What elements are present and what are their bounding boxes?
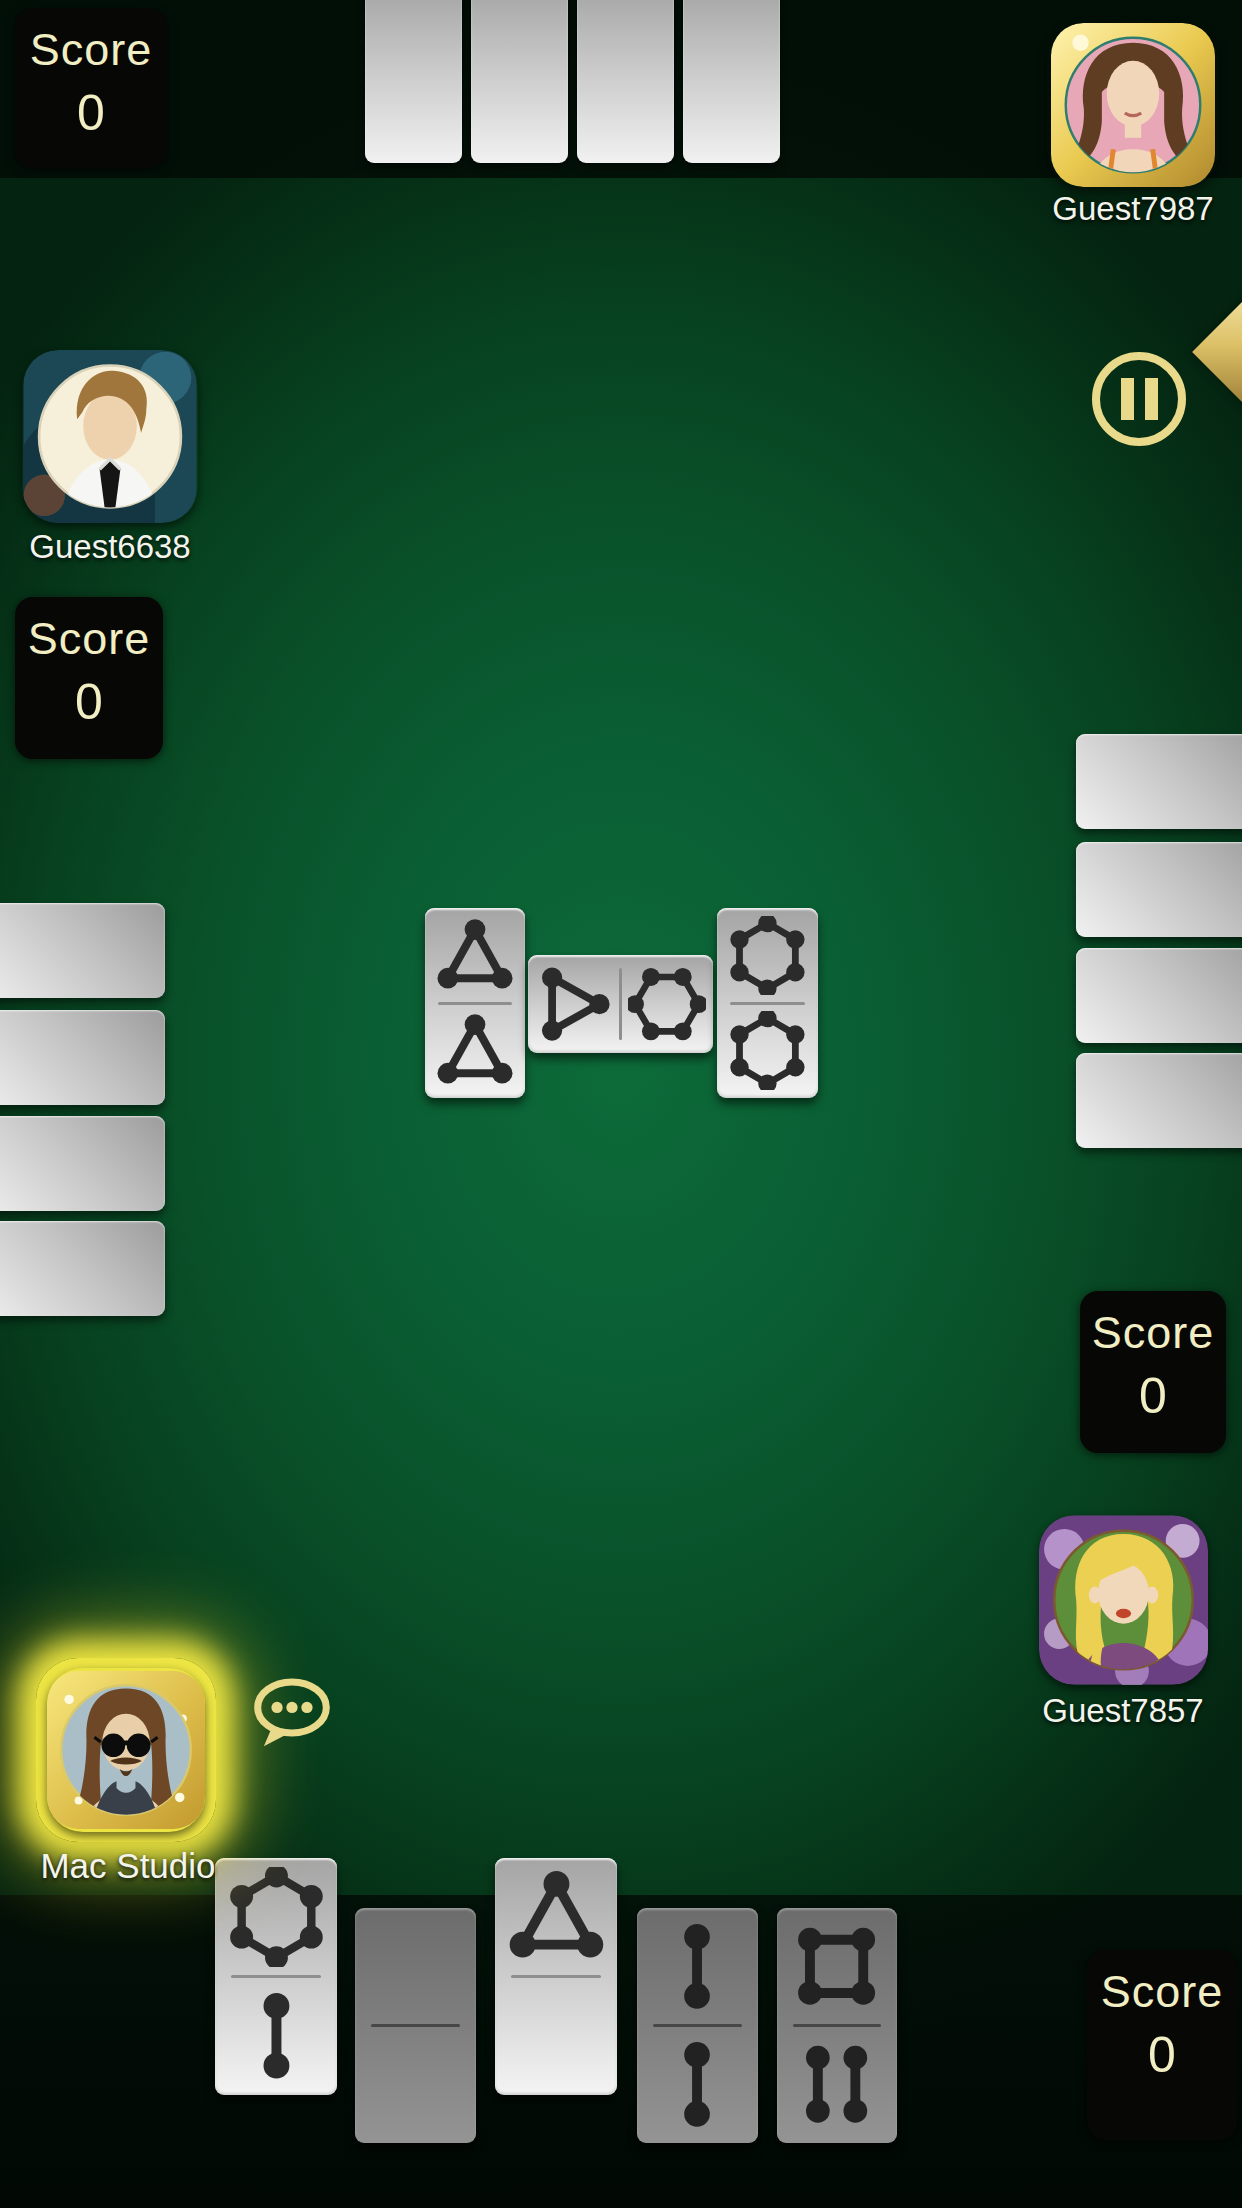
score-box-top-left: Score 0 — [15, 8, 167, 168]
hand-domino-2-2[interactable] — [637, 1908, 758, 2143]
domino-6-6 — [717, 908, 818, 1098]
hand-domino-4sq-4pr[interactable] — [777, 1908, 897, 2143]
hand-domino-6-2[interactable] — [215, 1858, 337, 2095]
score-value: 0 — [1087, 2026, 1237, 2084]
score-label: Score — [15, 24, 167, 76]
score-label: Score — [1080, 1307, 1226, 1359]
score-box-bottom-right: Score 0 — [1087, 1950, 1237, 2140]
hand-domino-0-0[interactable] — [355, 1908, 476, 2143]
score-value: 0 — [15, 84, 167, 142]
hand-domino-3-0[interactable] — [495, 1858, 617, 2095]
domino-back — [365, 0, 462, 163]
avatar-top-right-player[interactable] — [1047, 23, 1219, 187]
pause-button[interactable] — [1092, 352, 1186, 446]
domino-3-3 — [425, 908, 525, 1098]
domino-back — [1076, 1053, 1242, 1148]
player-name-left: Guest6638 — [0, 528, 240, 566]
domino-back — [1076, 948, 1242, 1043]
domino-back — [0, 1010, 165, 1105]
player-name-top-right: Guest7987 — [1003, 190, 1242, 228]
domino-back — [577, 0, 674, 163]
domino-back — [0, 1221, 165, 1316]
score-value: 0 — [1080, 1367, 1226, 1425]
domino-back — [471, 0, 568, 163]
pause-icon — [1121, 378, 1134, 420]
score-box-left: Score 0 — [15, 597, 163, 759]
score-value: 0 — [15, 673, 163, 731]
domino-back — [0, 1116, 165, 1211]
domino-back — [1076, 734, 1242, 829]
pause-icon — [1145, 378, 1158, 420]
score-label: Score — [1087, 1966, 1237, 2018]
domino-back — [683, 0, 780, 163]
avatar-right-player[interactable] — [1039, 1515, 1208, 1685]
avatar-left-player[interactable] — [22, 350, 198, 523]
player-name-right: Guest7857 — [993, 1692, 1242, 1730]
score-box-right: Score 0 — [1080, 1291, 1226, 1453]
avatar-bottom-player[interactable] — [47, 1668, 205, 1832]
domino-back — [0, 903, 165, 998]
chat-bubble-icon[interactable] — [248, 1674, 336, 1752]
player-name-bottom: Mac Studio — [0, 1846, 258, 1886]
domino-back — [1076, 842, 1242, 937]
score-label: Score — [15, 613, 163, 665]
domino-3-6 — [528, 955, 713, 1053]
